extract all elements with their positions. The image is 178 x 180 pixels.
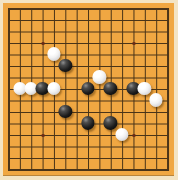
white-stone[interactable] bbox=[138, 82, 152, 96]
black-stone[interactable] bbox=[58, 105, 72, 119]
black-stone[interactable] bbox=[58, 59, 72, 73]
goban-screenshot bbox=[0, 0, 178, 180]
stone-layer bbox=[3, 3, 173, 176]
black-stone[interactable] bbox=[104, 82, 118, 96]
black-stone[interactable] bbox=[104, 116, 118, 130]
white-stone[interactable] bbox=[47, 47, 61, 61]
white-stone[interactable] bbox=[149, 93, 163, 107]
black-stone[interactable] bbox=[81, 116, 95, 130]
black-stone[interactable] bbox=[81, 82, 95, 96]
white-stone[interactable] bbox=[47, 82, 61, 96]
white-stone[interactable] bbox=[92, 70, 106, 84]
white-stone[interactable] bbox=[115, 128, 129, 142]
